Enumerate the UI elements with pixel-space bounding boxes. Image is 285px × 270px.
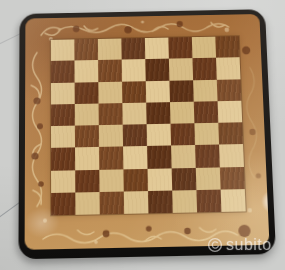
square[interactable] <box>147 146 172 169</box>
square[interactable] <box>75 82 99 104</box>
square[interactable] <box>192 58 216 80</box>
square[interactable] <box>98 60 122 82</box>
watermark-label: subito <box>226 236 272 254</box>
square[interactable] <box>148 168 173 191</box>
square[interactable] <box>194 123 219 145</box>
square[interactable] <box>192 37 216 59</box>
glare-highlight <box>257 185 270 218</box>
square[interactable] <box>219 144 244 167</box>
board-rim <box>18 9 276 259</box>
square[interactable] <box>148 190 173 213</box>
square[interactable] <box>221 189 246 212</box>
square[interactable] <box>75 147 99 170</box>
chess-board <box>18 9 276 259</box>
square[interactable] <box>98 81 122 103</box>
board-frame <box>25 14 270 250</box>
square[interactable] <box>217 79 242 101</box>
square[interactable] <box>195 145 220 168</box>
square[interactable] <box>218 122 243 144</box>
photo-background: subito <box>0 0 285 270</box>
square[interactable] <box>99 169 123 192</box>
square[interactable] <box>147 124 171 146</box>
square[interactable] <box>194 101 219 123</box>
square[interactable] <box>123 124 147 146</box>
square[interactable] <box>193 79 217 101</box>
square[interactable] <box>121 38 145 60</box>
square[interactable] <box>145 59 169 81</box>
square[interactable] <box>99 147 123 170</box>
square[interactable] <box>51 82 75 104</box>
square[interactable] <box>51 39 75 61</box>
square[interactable] <box>218 100 243 122</box>
square[interactable] <box>51 192 75 215</box>
square[interactable] <box>124 191 149 214</box>
square[interactable] <box>51 170 75 193</box>
square[interactable] <box>122 59 146 81</box>
square[interactable] <box>171 123 196 145</box>
square[interactable] <box>168 37 192 59</box>
square[interactable] <box>170 101 194 123</box>
square[interactable] <box>75 125 99 147</box>
square[interactable] <box>74 60 98 82</box>
square[interactable] <box>51 61 75 83</box>
square[interactable] <box>171 145 196 168</box>
square[interactable] <box>169 80 193 102</box>
subito-logo-icon <box>207 237 223 253</box>
board-grid <box>51 36 246 215</box>
square[interactable] <box>75 192 99 215</box>
square[interactable] <box>99 103 123 125</box>
square[interactable] <box>216 57 240 79</box>
square[interactable] <box>123 146 147 169</box>
square[interactable] <box>122 81 146 103</box>
subito-watermark: subito <box>207 236 272 254</box>
square[interactable] <box>146 102 170 124</box>
square[interactable] <box>75 169 99 192</box>
square[interactable] <box>51 126 75 148</box>
square[interactable] <box>196 167 221 190</box>
square[interactable] <box>172 167 197 190</box>
square[interactable] <box>51 148 75 171</box>
square[interactable] <box>74 39 98 61</box>
square[interactable] <box>172 190 197 213</box>
square[interactable] <box>169 58 193 80</box>
square[interactable] <box>123 168 148 191</box>
square[interactable] <box>215 36 239 58</box>
square[interactable] <box>98 38 122 60</box>
square[interactable] <box>145 38 169 60</box>
square[interactable] <box>122 102 146 124</box>
square[interactable] <box>146 80 170 102</box>
square[interactable] <box>51 104 75 126</box>
square[interactable] <box>196 189 221 212</box>
square[interactable] <box>100 191 125 214</box>
square[interactable] <box>99 125 123 147</box>
square[interactable] <box>75 103 99 125</box>
square[interactable] <box>220 166 245 189</box>
